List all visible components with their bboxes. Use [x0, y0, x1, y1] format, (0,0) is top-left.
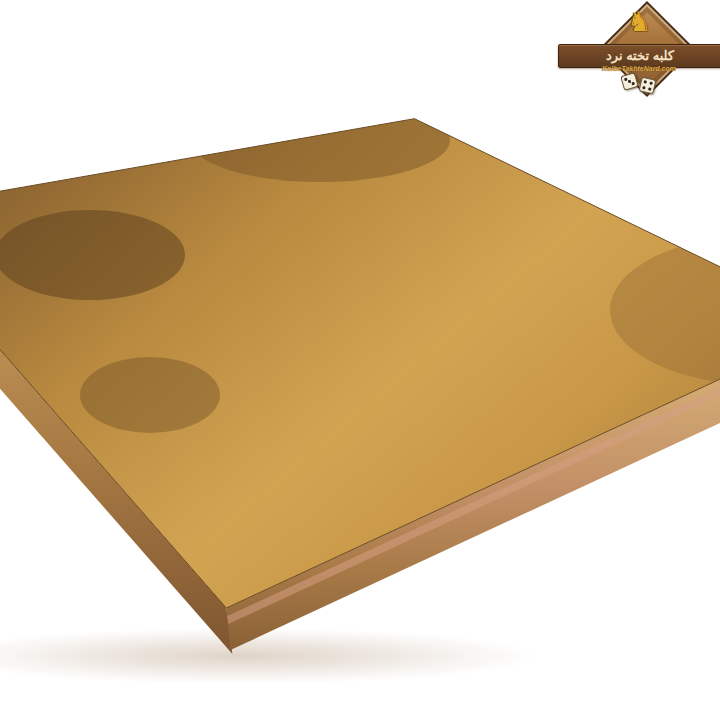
burl-dark-patch [0, 210, 185, 300]
chess-board [0, 0, 720, 720]
brand-logo: ♞ کلبه تخته نرد KolbeTakhteNard.com [558, 2, 720, 102]
dice-icon [639, 77, 657, 95]
burl-dark-patch [80, 357, 220, 433]
burl-dark-patch [190, 98, 450, 182]
board-top-surface [0, 119, 720, 608]
knight-icon: ♞ [558, 8, 720, 35]
logo-subtitle: KolbeTakhteNard.com [558, 65, 720, 72]
photo-canvas: ♞ کلبه تخته نرد KolbeTakhteNard.com [0, 0, 720, 720]
